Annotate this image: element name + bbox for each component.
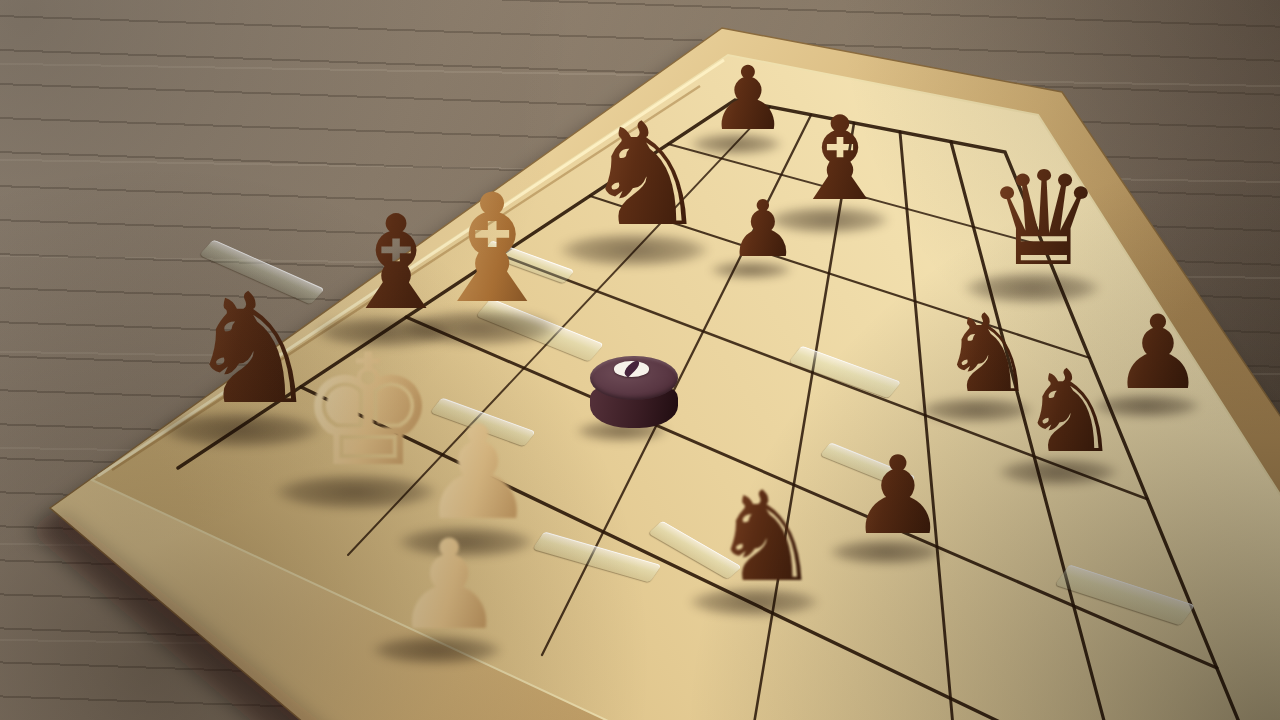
- dark-bishop-left: ♝: [331, 196, 461, 331]
- dark-disc-piece: [590, 356, 678, 433]
- photo-stage: ♟♝♞♟♛♝♝♟♞♞ ♞♚♟♟♞♟: [0, 0, 1280, 720]
- pieces-layer: ♟♝♞♟♛♝♝♟♞♞ ♞♚♟♟♞♟: [0, 0, 1280, 720]
- dark-knight-right-b: ♞: [1013, 353, 1127, 472]
- light-pawn-b: ♟: [387, 521, 511, 650]
- dark-pawn-far: ♟: [704, 53, 792, 145]
- dark-pawn-near: ♟: [844, 440, 952, 552]
- teardrop-shape: [622, 358, 642, 378]
- dark-knight-near: ♞: [704, 473, 828, 602]
- teardrop-emblem-icon: [614, 361, 649, 376]
- dark-knight-center: ♞: [575, 101, 717, 249]
- dark-pawn-mid: ♟: [724, 189, 802, 270]
- disc-top: [590, 356, 678, 401]
- dark-queen: ♛: [979, 152, 1109, 287]
